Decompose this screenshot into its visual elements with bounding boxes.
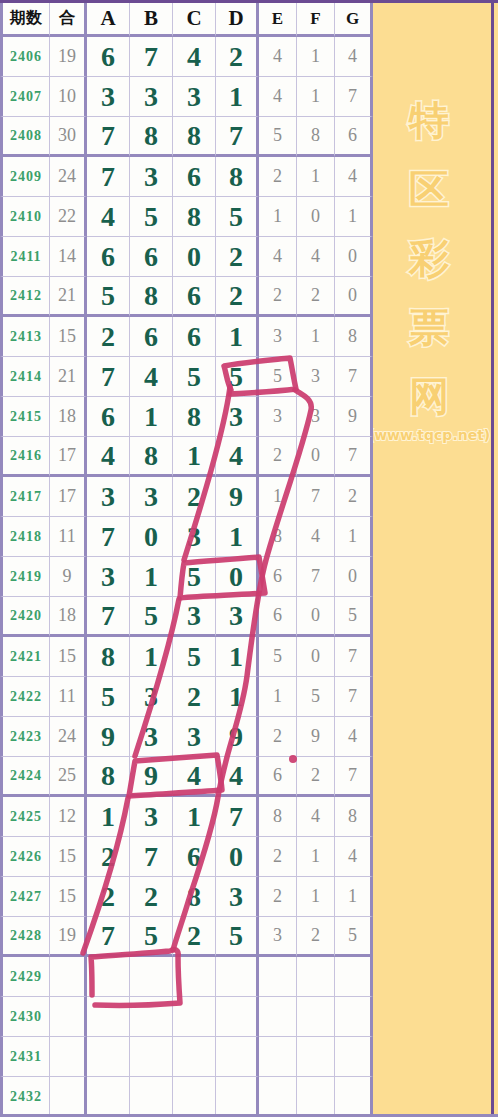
- cell-digit-G: [335, 997, 373, 1037]
- cell-digit-C: 5: [173, 637, 216, 677]
- cell-digit-E: [259, 1077, 297, 1117]
- cell-period: 2429: [0, 957, 50, 997]
- cell-period: 2412: [0, 277, 50, 317]
- cell-digit-E: 4: [259, 237, 297, 277]
- cell-digit-D: 1: [216, 317, 259, 357]
- header-col-d: D: [216, 3, 259, 37]
- cell-sum: 17: [50, 477, 87, 517]
- cell-digit-G: 1: [335, 197, 373, 237]
- cell-digit-E: 4: [259, 77, 297, 117]
- cell-sum: 15: [50, 877, 87, 917]
- cell-digit-G: 1: [335, 517, 373, 557]
- cell-digit-E: 2: [259, 877, 297, 917]
- cell-digit-B: 3: [130, 797, 173, 837]
- cell-digit-A: 9: [87, 717, 130, 757]
- cell-sum: 19: [50, 917, 87, 957]
- cell-digit-D: 1: [216, 517, 259, 557]
- cell-digit-A: 6: [87, 397, 130, 437]
- cell-digit-D: 9: [216, 717, 259, 757]
- cell-period: 2427: [0, 877, 50, 917]
- cell-digit-E: 2: [259, 717, 297, 757]
- sidebar-right-border: [491, 3, 494, 1114]
- cell-digit-B: 3: [130, 477, 173, 517]
- cell-digit-E: 6: [259, 557, 297, 597]
- cell-sum: 11: [50, 677, 87, 717]
- cell-sum: 15: [50, 637, 87, 677]
- cell-digit-F: 7: [297, 477, 335, 517]
- cell-digit-F: 0: [297, 637, 335, 677]
- cell-digit-C: 3: [173, 597, 216, 637]
- cell-digit-G: 0: [335, 557, 373, 597]
- header-col-g: G: [335, 3, 373, 37]
- cell-digit-B: 7: [130, 837, 173, 877]
- cell-digit-A: 2: [87, 317, 130, 357]
- cell-digit-F: 5: [297, 677, 335, 717]
- cell-period: 2424: [0, 757, 50, 797]
- cell-sum: 19: [50, 37, 87, 77]
- header-col-a: A: [87, 3, 130, 37]
- header-period: 期数: [0, 3, 50, 37]
- cell-digit-C: 6: [173, 317, 216, 357]
- trend-table: 期数 合 A B C D E F G 240619674241424071033…: [0, 3, 373, 1117]
- cell-digit-B: 6: [130, 237, 173, 277]
- cell-digit-A: 7: [87, 357, 130, 397]
- cell-sum: 12: [50, 797, 87, 837]
- cell-digit-G: 4: [335, 157, 373, 197]
- cell-digit-F: [297, 1037, 335, 1077]
- cell-period: 2432: [0, 1077, 50, 1117]
- cell-sum: 15: [50, 837, 87, 877]
- cell-digit-F: 1: [297, 157, 335, 197]
- cell-period: 2406: [0, 37, 50, 77]
- cell-digit-F: [297, 997, 335, 1037]
- cell-digit-B: [130, 997, 173, 1037]
- cell-digit-A: 1: [87, 797, 130, 837]
- cell-sum: 11: [50, 517, 87, 557]
- watermark-url: (www.tqcp.net): [368, 427, 491, 443]
- cell-digit-F: 2: [297, 757, 335, 797]
- header-col-e: E: [259, 3, 297, 37]
- cell-digit-G: 0: [335, 277, 373, 317]
- cell-digit-F: 3: [297, 357, 335, 397]
- cell-digit-C: 3: [173, 77, 216, 117]
- cell-period: 2419: [0, 557, 50, 597]
- cell-digit-G: 1: [335, 877, 373, 917]
- cell-digit-F: 0: [297, 197, 335, 237]
- cell-digit-B: [130, 957, 173, 997]
- cell-digit-B: 1: [130, 557, 173, 597]
- cell-digit-G: 8: [335, 797, 373, 837]
- cell-sum: 24: [50, 717, 87, 757]
- cell-digit-C: 8: [173, 117, 216, 157]
- cell-digit-B: 1: [130, 397, 173, 437]
- cell-digit-A: 3: [87, 77, 130, 117]
- cell-digit-G: 2: [335, 477, 373, 517]
- cell-digit-D: 7: [216, 117, 259, 157]
- cell-digit-G: 7: [335, 357, 373, 397]
- cell-digit-A: 7: [87, 597, 130, 637]
- watermark-char-4: 票: [409, 307, 449, 347]
- cell-digit-A: [87, 1037, 130, 1077]
- cell-digit-B: 8: [130, 277, 173, 317]
- cell-digit-A: 6: [87, 237, 130, 277]
- cell-digit-D: 3: [216, 877, 259, 917]
- cell-digit-E: 3: [259, 917, 297, 957]
- cell-digit-C: 4: [173, 37, 216, 77]
- cell-digit-C: 1: [173, 797, 216, 837]
- cell-digit-E: [259, 997, 297, 1037]
- cell-digit-D: [216, 1077, 259, 1117]
- cell-digit-G: 7: [335, 437, 373, 477]
- cell-digit-G: 6: [335, 117, 373, 157]
- header-col-b: B: [130, 3, 173, 37]
- cell-digit-F: 4: [297, 517, 335, 557]
- cell-digit-A: 7: [87, 517, 130, 557]
- cell-digit-E: 1: [259, 197, 297, 237]
- site-watermark: 特 区 彩 票 网 (www.tqcp.net): [373, 100, 485, 443]
- cell-digit-B: 4: [130, 357, 173, 397]
- cell-digit-G: 4: [335, 837, 373, 877]
- cell-digit-D: 9: [216, 477, 259, 517]
- cell-digit-D: 0: [216, 837, 259, 877]
- cell-period: 2430: [0, 997, 50, 1037]
- cell-digit-F: 2: [297, 277, 335, 317]
- cell-period: 2420: [0, 597, 50, 637]
- cell-digit-A: 7: [87, 917, 130, 957]
- cell-digit-E: [259, 957, 297, 997]
- cell-period: 2415: [0, 397, 50, 437]
- cell-digit-B: 2: [130, 877, 173, 917]
- cell-digit-F: 1: [297, 37, 335, 77]
- cell-digit-D: 4: [216, 437, 259, 477]
- cell-digit-C: 2: [173, 917, 216, 957]
- watermark-char-3: 彩: [409, 238, 449, 278]
- cell-digit-A: 5: [87, 277, 130, 317]
- cell-period: 2422: [0, 677, 50, 717]
- cell-digit-D: 8: [216, 157, 259, 197]
- cell-digit-D: [216, 957, 259, 997]
- cell-digit-A: 2: [87, 877, 130, 917]
- cell-digit-G: [335, 957, 373, 997]
- cell-digit-B: 8: [130, 117, 173, 157]
- cell-digit-A: 8: [87, 757, 130, 797]
- cell-digit-D: 1: [216, 677, 259, 717]
- cell-digit-B: 8: [130, 437, 173, 477]
- cell-digit-E: [259, 1037, 297, 1077]
- cell-digit-B: [130, 1037, 173, 1077]
- site-watermark-sidebar: 特 区 彩 票 网 (www.tqcp.net): [373, 3, 498, 1114]
- cell-sum: 24: [50, 157, 87, 197]
- cell-digit-D: 3: [216, 397, 259, 437]
- cell-period: 2418: [0, 517, 50, 557]
- cell-period: 2425: [0, 797, 50, 837]
- cell-digit-F: 4: [297, 237, 335, 277]
- cell-digit-B: 5: [130, 597, 173, 637]
- cell-period: 2431: [0, 1037, 50, 1077]
- cell-digit-E: 3: [259, 397, 297, 437]
- cell-digit-E: 6: [259, 757, 297, 797]
- cell-digit-E: 5: [259, 637, 297, 677]
- cell-sum: 18: [50, 597, 87, 637]
- cell-digit-F: 2: [297, 917, 335, 957]
- cell-digit-F: 1: [297, 877, 335, 917]
- header-sum: 合: [50, 3, 87, 37]
- cell-digit-A: 4: [87, 197, 130, 237]
- cell-digit-D: 4: [216, 757, 259, 797]
- cell-digit-C: [173, 1037, 216, 1077]
- cell-period: 2421: [0, 637, 50, 677]
- cell-digit-B: 3: [130, 77, 173, 117]
- cell-digit-B: 3: [130, 717, 173, 757]
- cell-digit-G: 8: [335, 317, 373, 357]
- cell-digit-E: 2: [259, 277, 297, 317]
- cell-digit-A: [87, 957, 130, 997]
- cell-sum: 22: [50, 197, 87, 237]
- cell-digit-C: 1: [173, 437, 216, 477]
- cell-sum: 21: [50, 277, 87, 317]
- cell-period: 2409: [0, 157, 50, 197]
- cell-digit-E: 8: [259, 517, 297, 557]
- cell-digit-D: 2: [216, 277, 259, 317]
- cell-digit-B: 5: [130, 917, 173, 957]
- cell-digit-F: 9: [297, 717, 335, 757]
- cell-digit-A: 5: [87, 677, 130, 717]
- cell-digit-C: 4: [173, 757, 216, 797]
- cell-digit-E: 2: [259, 837, 297, 877]
- cell-digit-A: 7: [87, 117, 130, 157]
- cell-digit-C: 6: [173, 157, 216, 197]
- cell-digit-G: 7: [335, 757, 373, 797]
- cell-period: 2411: [0, 237, 50, 277]
- watermark-char-1: 特: [409, 100, 449, 140]
- cell-digit-E: 2: [259, 157, 297, 197]
- cell-digit-C: 2: [173, 477, 216, 517]
- cell-sum: 10: [50, 77, 87, 117]
- cell-digit-E: 5: [259, 357, 297, 397]
- frame-top-border: [0, 0, 498, 3]
- cell-digit-B: 3: [130, 157, 173, 197]
- cell-digit-A: 3: [87, 557, 130, 597]
- cell-digit-D: 5: [216, 917, 259, 957]
- cell-digit-C: 5: [173, 357, 216, 397]
- cell-period: 2413: [0, 317, 50, 357]
- cell-digit-F: 0: [297, 437, 335, 477]
- cell-period: 2423: [0, 717, 50, 757]
- cell-digit-G: 7: [335, 77, 373, 117]
- cell-digit-F: 3: [297, 397, 335, 437]
- cell-digit-C: 3: [173, 717, 216, 757]
- cell-digit-E: 1: [259, 477, 297, 517]
- cell-digit-C: 5: [173, 557, 216, 597]
- cell-digit-D: 3: [216, 597, 259, 637]
- cell-digit-E: 2: [259, 437, 297, 477]
- cell-digit-B: 1: [130, 637, 173, 677]
- header-col-c: C: [173, 3, 216, 37]
- cell-digit-B: 6: [130, 317, 173, 357]
- cell-sum: [50, 997, 87, 1037]
- lottery-trend-chart-page: 期数 合 A B C D E F G 240619674241424071033…: [0, 0, 498, 1117]
- cell-period: 2428: [0, 917, 50, 957]
- cell-digit-E: 8: [259, 797, 297, 837]
- cell-sum: 9: [50, 557, 87, 597]
- cell-sum: [50, 957, 87, 997]
- cell-period: 2407: [0, 77, 50, 117]
- cell-digit-G: 7: [335, 677, 373, 717]
- cell-digit-F: [297, 957, 335, 997]
- cell-digit-G: 5: [335, 597, 373, 637]
- cell-digit-F: 4: [297, 797, 335, 837]
- cell-sum: 30: [50, 117, 87, 157]
- cell-digit-B: 5: [130, 197, 173, 237]
- cell-digit-C: 3: [173, 517, 216, 557]
- cell-sum: [50, 1037, 87, 1077]
- cell-period: 2408: [0, 117, 50, 157]
- cell-digit-B: 7: [130, 37, 173, 77]
- cell-sum: 14: [50, 237, 87, 277]
- cell-sum: 17: [50, 437, 87, 477]
- watermark-char-2: 区: [409, 169, 449, 209]
- cell-period: 2416: [0, 437, 50, 477]
- cell-digit-C: 6: [173, 277, 216, 317]
- cell-digit-C: [173, 1077, 216, 1117]
- cell-digit-G: 5: [335, 917, 373, 957]
- cell-digit-F: [297, 1077, 335, 1117]
- cell-digit-G: 4: [335, 37, 373, 77]
- cell-digit-D: [216, 997, 259, 1037]
- cell-digit-G: 0: [335, 237, 373, 277]
- cell-digit-D: 1: [216, 77, 259, 117]
- cell-digit-C: 8: [173, 197, 216, 237]
- cell-digit-D: 1: [216, 637, 259, 677]
- cell-digit-D: 2: [216, 237, 259, 277]
- cell-digit-A: 2: [87, 837, 130, 877]
- cell-digit-E: 1: [259, 677, 297, 717]
- cell-digit-A: 7: [87, 157, 130, 197]
- cell-sum: 15: [50, 317, 87, 357]
- cell-digit-C: 6: [173, 837, 216, 877]
- cell-period: 2410: [0, 197, 50, 237]
- cell-digit-D: [216, 1037, 259, 1077]
- cell-digit-C: 8: [173, 877, 216, 917]
- cell-digit-D: 0: [216, 557, 259, 597]
- header-col-f: F: [297, 3, 335, 37]
- cell-period: 2426: [0, 837, 50, 877]
- cell-digit-E: 6: [259, 597, 297, 637]
- cell-digit-C: 8: [173, 397, 216, 437]
- cell-digit-A: [87, 997, 130, 1037]
- cell-digit-B: 3: [130, 677, 173, 717]
- cell-digit-G: 4: [335, 717, 373, 757]
- cell-digit-D: 5: [216, 197, 259, 237]
- watermark-char-5: 网: [409, 376, 449, 416]
- cell-digit-A: 6: [87, 37, 130, 77]
- cell-digit-C: [173, 997, 216, 1037]
- cell-digit-B: 9: [130, 757, 173, 797]
- cell-digit-E: 5: [259, 117, 297, 157]
- cell-digit-F: 1: [297, 837, 335, 877]
- cell-digit-C: [173, 957, 216, 997]
- cell-digit-G: 9: [335, 397, 373, 437]
- cell-period: 2417: [0, 477, 50, 517]
- cell-digit-E: 4: [259, 37, 297, 77]
- cell-digit-F: 0: [297, 597, 335, 637]
- cell-digit-A: [87, 1077, 130, 1117]
- cell-sum: [50, 1077, 87, 1117]
- cell-digit-G: 7: [335, 637, 373, 677]
- cell-digit-B: [130, 1077, 173, 1117]
- cell-digit-C: 2: [173, 677, 216, 717]
- cell-digit-A: 8: [87, 637, 130, 677]
- cell-digit-C: 0: [173, 237, 216, 277]
- cell-digit-F: 1: [297, 77, 335, 117]
- cell-digit-G: [335, 1077, 373, 1117]
- cell-sum: 25: [50, 757, 87, 797]
- cell-digit-D: 7: [216, 797, 259, 837]
- cell-digit-F: 1: [297, 317, 335, 357]
- cell-digit-A: 3: [87, 477, 130, 517]
- cell-sum: 18: [50, 397, 87, 437]
- cell-digit-D: 5: [216, 357, 259, 397]
- cell-digit-F: 7: [297, 557, 335, 597]
- cell-digit-A: 4: [87, 437, 130, 477]
- cell-period: 2414: [0, 357, 50, 397]
- cell-digit-E: 3: [259, 317, 297, 357]
- cell-digit-B: 0: [130, 517, 173, 557]
- cell-digit-G: [335, 1037, 373, 1077]
- cell-sum: 21: [50, 357, 87, 397]
- cell-digit-D: 2: [216, 37, 259, 77]
- cell-digit-F: 8: [297, 117, 335, 157]
